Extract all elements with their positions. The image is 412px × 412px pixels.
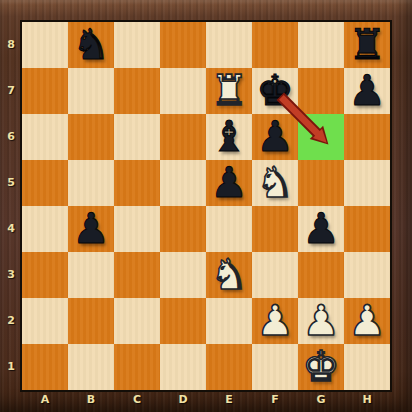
square-e7[interactable]: ♜ [206, 68, 252, 114]
piece-black-pawn-e5[interactable]: ♟ [210, 160, 248, 206]
file-label-C: C [114, 390, 160, 412]
square-f4[interactable] [252, 206, 298, 252]
file-label-H: H [344, 390, 390, 412]
square-h7[interactable]: ♟ [344, 68, 390, 114]
square-b2[interactable] [68, 298, 114, 344]
square-h6[interactable] [344, 114, 390, 160]
square-e3[interactable]: ♞ [206, 252, 252, 298]
piece-white-pawn-h2[interactable]: ♟ [348, 298, 386, 344]
square-c5[interactable] [114, 160, 160, 206]
square-d7[interactable] [160, 68, 206, 114]
piece-black-pawn-b4[interactable]: ♟ [72, 206, 110, 252]
square-f3[interactable] [252, 252, 298, 298]
square-g7[interactable] [298, 68, 344, 114]
square-c6[interactable] [114, 114, 160, 160]
square-e4[interactable] [206, 206, 252, 252]
piece-black-bishop-e6[interactable]: ♝ [210, 114, 248, 160]
piece-black-knight-b8[interactable]: ♞ [72, 22, 110, 68]
piece-black-pawn-f6[interactable]: ♟ [256, 114, 294, 160]
square-g2[interactable]: ♟ [298, 298, 344, 344]
rank-label-7: 7 [0, 68, 22, 114]
square-f8[interactable] [252, 22, 298, 68]
file-label-F: F [252, 390, 298, 412]
square-d8[interactable] [160, 22, 206, 68]
piece-white-pawn-f2[interactable]: ♟ [256, 298, 294, 344]
rank-label-2: 2 [0, 298, 22, 344]
square-h2[interactable]: ♟ [344, 298, 390, 344]
square-h1[interactable] [344, 344, 390, 390]
square-c2[interactable] [114, 298, 160, 344]
piece-white-rook-e7[interactable]: ♜ [210, 68, 248, 114]
square-f1[interactable] [252, 344, 298, 390]
square-b4[interactable]: ♟ [68, 206, 114, 252]
square-f7[interactable]: ♚ [252, 68, 298, 114]
square-e5[interactable]: ♟ [206, 160, 252, 206]
square-b1[interactable] [68, 344, 114, 390]
rank-label-4: 4 [0, 206, 22, 252]
square-a7[interactable] [22, 68, 68, 114]
square-a3[interactable] [22, 252, 68, 298]
square-a1[interactable] [22, 344, 68, 390]
square-f6[interactable]: ♟ [252, 114, 298, 160]
rank-label-8: 8 [0, 22, 22, 68]
square-g3[interactable] [298, 252, 344, 298]
square-c3[interactable] [114, 252, 160, 298]
square-e8[interactable] [206, 22, 252, 68]
square-d3[interactable] [160, 252, 206, 298]
square-b5[interactable] [68, 160, 114, 206]
square-e1[interactable] [206, 344, 252, 390]
square-d4[interactable] [160, 206, 206, 252]
square-e6[interactable]: ♝ [206, 114, 252, 160]
square-g4[interactable]: ♟ [298, 206, 344, 252]
square-g5[interactable] [298, 160, 344, 206]
piece-black-pawn-g4[interactable]: ♟ [302, 206, 340, 252]
square-f5[interactable]: ♞ [252, 160, 298, 206]
file-label-A: A [22, 390, 68, 412]
file-labels: ABCDEFGH [22, 390, 390, 412]
rank-labels: 87654321 [0, 22, 22, 390]
square-h4[interactable] [344, 206, 390, 252]
rank-label-1: 1 [0, 344, 22, 390]
square-c7[interactable] [114, 68, 160, 114]
file-label-G: G [298, 390, 344, 412]
piece-white-pawn-g2[interactable]: ♟ [302, 298, 340, 344]
chess-board: ♞♜♜♚♟♝♟♟♞♟♟♞♟♟♟♚ [22, 22, 390, 390]
file-label-E: E [206, 390, 252, 412]
piece-black-king-f7[interactable]: ♚ [256, 68, 294, 114]
chess-board-screenshot: 87654321 ABCDEFGH ♞♜♜♚♟♝♟♟♞♟♟♞♟♟♟♚ [0, 0, 412, 412]
square-b8[interactable]: ♞ [68, 22, 114, 68]
square-f2[interactable]: ♟ [252, 298, 298, 344]
rank-label-3: 3 [0, 252, 22, 298]
piece-black-rook-h8[interactable]: ♜ [348, 22, 386, 68]
square-g6[interactable] [298, 114, 344, 160]
square-h8[interactable]: ♜ [344, 22, 390, 68]
square-d5[interactable] [160, 160, 206, 206]
square-g1[interactable]: ♚ [298, 344, 344, 390]
square-a6[interactable] [22, 114, 68, 160]
square-a2[interactable] [22, 298, 68, 344]
square-c1[interactable] [114, 344, 160, 390]
piece-white-knight-f5[interactable]: ♞ [256, 160, 294, 206]
square-g8[interactable] [298, 22, 344, 68]
file-label-B: B [68, 390, 114, 412]
square-c4[interactable] [114, 206, 160, 252]
file-label-D: D [160, 390, 206, 412]
square-a8[interactable] [22, 22, 68, 68]
square-e2[interactable] [206, 298, 252, 344]
square-h3[interactable] [344, 252, 390, 298]
square-b7[interactable] [68, 68, 114, 114]
rank-label-6: 6 [0, 114, 22, 160]
piece-white-knight-e3[interactable]: ♞ [210, 252, 248, 298]
square-d2[interactable] [160, 298, 206, 344]
square-d1[interactable] [160, 344, 206, 390]
piece-white-king-g1[interactable]: ♚ [302, 344, 340, 390]
square-d6[interactable] [160, 114, 206, 160]
piece-black-pawn-h7[interactable]: ♟ [348, 68, 386, 114]
square-c8[interactable] [114, 22, 160, 68]
rank-label-5: 5 [0, 160, 22, 206]
square-a5[interactable] [22, 160, 68, 206]
square-a4[interactable] [22, 206, 68, 252]
square-h5[interactable] [344, 160, 390, 206]
square-b6[interactable] [68, 114, 114, 160]
square-b3[interactable] [68, 252, 114, 298]
